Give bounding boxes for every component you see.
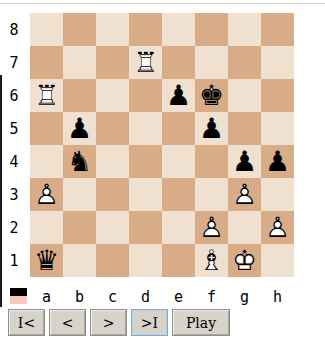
last-move-button[interactable]: >I [131, 309, 168, 336]
viewer-controls: I< < > >I Play [8, 309, 230, 336]
piece-wP: ♟♙ [265, 214, 290, 242]
square-b8 [63, 13, 96, 46]
square-a1: ♛ [30, 244, 63, 277]
square-g6 [228, 79, 261, 112]
square-c3 [96, 178, 129, 211]
square-b5: ♟ [63, 112, 96, 145]
side-to-move-swatch-black [10, 288, 27, 296]
square-b6 [63, 79, 96, 112]
rank-label-8: 8 [0, 13, 28, 46]
square-c1 [96, 244, 129, 277]
square-a7 [30, 46, 63, 79]
previous-move-button[interactable]: < [49, 309, 86, 336]
piece-bP: ♟ [265, 148, 290, 176]
square-h3 [261, 178, 294, 211]
side-to-move-swatch-pink [10, 296, 27, 304]
side-to-move-indicator [10, 288, 27, 304]
file-labels: abcdefgh [30, 287, 294, 306]
file-label-h: h [261, 287, 294, 306]
square-c2 [96, 211, 129, 244]
square-b4: ♞ [63, 145, 96, 178]
next-move-button[interactable]: > [90, 309, 127, 336]
square-e8 [162, 13, 195, 46]
piece-bP: ♟ [67, 115, 92, 143]
square-a8 [30, 13, 63, 46]
square-b1 [63, 244, 96, 277]
square-e1 [162, 244, 195, 277]
rank-label-5: 5 [0, 112, 28, 145]
piece-bN: ♞ [67, 148, 92, 176]
square-c6 [96, 79, 129, 112]
piece-bP: ♟ [232, 148, 257, 176]
file-label-d: d [129, 287, 162, 306]
square-e2 [162, 211, 195, 244]
piece-bP: ♟ [166, 82, 191, 110]
rank-label-1: 1 [0, 244, 28, 277]
file-label-b: b [63, 287, 96, 306]
square-h8 [261, 13, 294, 46]
file-label-c: c [96, 287, 129, 306]
piece-wR: ♜♖ [133, 49, 158, 77]
piece-bK: ♚ [199, 82, 224, 110]
square-f4 [195, 145, 228, 178]
rank-label-6: 6 [0, 79, 28, 112]
square-a4 [30, 145, 63, 178]
square-a5 [30, 112, 63, 145]
square-g1: ♚♔ [228, 244, 261, 277]
square-b3 [63, 178, 96, 211]
piece-wR: ♜♖ [34, 82, 59, 110]
square-g5 [228, 112, 261, 145]
file-label-g: g [228, 287, 261, 306]
file-label-a: a [30, 287, 63, 306]
square-c7 [96, 46, 129, 79]
square-f8 [195, 13, 228, 46]
square-d2 [129, 211, 162, 244]
square-b7 [63, 46, 96, 79]
square-f6: ♚ [195, 79, 228, 112]
top-divider-line [0, 3, 325, 4]
square-b2 [63, 211, 96, 244]
square-e5 [162, 112, 195, 145]
piece-bQ: ♛ [34, 247, 59, 275]
square-f2: ♟♙ [195, 211, 228, 244]
piece-wP: ♟♙ [34, 181, 59, 209]
square-e3 [162, 178, 195, 211]
square-f1: ♝♗ [195, 244, 228, 277]
square-g7 [228, 46, 261, 79]
rank-label-3: 3 [0, 178, 28, 211]
square-f5: ♟ [195, 112, 228, 145]
square-d8 [129, 13, 162, 46]
square-g3: ♟♙ [228, 178, 261, 211]
piece-wP: ♟♙ [232, 181, 257, 209]
square-h5 [261, 112, 294, 145]
square-a2 [30, 211, 63, 244]
square-c4 [96, 145, 129, 178]
square-d4 [129, 145, 162, 178]
square-d7: ♜♖ [129, 46, 162, 79]
square-c8 [96, 13, 129, 46]
rank-label-4: 4 [0, 145, 28, 178]
square-a3: ♟♙ [30, 178, 63, 211]
piece-wP: ♟♙ [199, 214, 224, 242]
square-d3 [129, 178, 162, 211]
square-g8 [228, 13, 261, 46]
square-c5 [96, 112, 129, 145]
piece-wB: ♝♗ [199, 247, 224, 275]
rank-labels: 87654321 [0, 13, 28, 277]
square-h1 [261, 244, 294, 277]
square-h7 [261, 46, 294, 79]
piece-wK: ♚♔ [232, 247, 257, 275]
square-d6 [129, 79, 162, 112]
piece-bP: ♟ [199, 115, 224, 143]
square-g4: ♟ [228, 145, 261, 178]
square-a6: ♜♖ [30, 79, 63, 112]
file-label-f: f [195, 287, 228, 306]
play-button[interactable]: Play [172, 309, 230, 336]
square-e7 [162, 46, 195, 79]
square-h2: ♟♙ [261, 211, 294, 244]
square-e4 [162, 145, 195, 178]
first-move-button[interactable]: I< [8, 309, 45, 336]
chess-board: ♜♖♜♖♟♚♟♟♞♟♟♟♙♟♙♟♙♟♙♛♝♗♚♔ [30, 13, 294, 277]
square-f7 [195, 46, 228, 79]
square-e6: ♟ [162, 79, 195, 112]
file-label-e: e [162, 287, 195, 306]
square-d1 [129, 244, 162, 277]
square-g2 [228, 211, 261, 244]
rank-label-2: 2 [0, 211, 28, 244]
square-d5 [129, 112, 162, 145]
square-f3 [195, 178, 228, 211]
square-h4: ♟ [261, 145, 294, 178]
rank-label-7: 7 [0, 46, 28, 79]
square-h6 [261, 79, 294, 112]
